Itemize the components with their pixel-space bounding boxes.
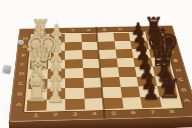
coordinate-label: 8 <box>169 110 175 115</box>
square <box>82 59 100 69</box>
square <box>83 87 102 98</box>
board-edge-front <box>9 117 192 128</box>
coordinate-label: 5 <box>111 111 117 116</box>
coordinate-label: 1 <box>33 113 39 118</box>
coordinate-label: 2 <box>53 113 59 118</box>
piece-white-rook: ♜ <box>20 80 53 106</box>
square <box>101 77 120 87</box>
square <box>98 49 116 58</box>
coordinate-label: 4 <box>92 112 98 117</box>
square <box>84 98 104 110</box>
square <box>100 67 119 77</box>
coordinate-label: 7 <box>150 110 156 115</box>
coordinate-label: 6 <box>118 28 123 31</box>
coordinate-label: 3 <box>70 29 75 32</box>
chess-board: 1122334455667788AABBCCDDEEFFGGHH♜♟♟♜♞♟♟♞… <box>9 25 192 121</box>
chess-set-photo: 1122334455667788AABBCCDDEEFFGGHH♜♟♟♜♞♟♟♞… <box>0 0 192 128</box>
square <box>82 68 100 78</box>
coordinate-label: 5 <box>102 28 107 31</box>
coordinate-label: 4 <box>86 29 91 32</box>
board-perspective: 1122334455667788AABBCCDDEEFFGGHH♜♟♟♜♞♟♟♞… <box>0 0 192 128</box>
piece-black-pawn: ♟ <box>134 83 167 103</box>
square <box>83 77 102 87</box>
square <box>82 50 100 59</box>
square <box>103 97 123 109</box>
square <box>99 58 117 68</box>
coordinate-label: 3 <box>72 112 78 117</box>
coordinate-label: 6 <box>130 111 136 116</box>
square <box>102 87 122 98</box>
